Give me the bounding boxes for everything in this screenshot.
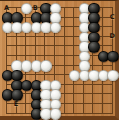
- point-label-E[interactable]: E: [11, 100, 21, 108]
- white-stone: [40, 60, 51, 71]
- point-label-C[interactable]: C: [107, 13, 117, 21]
- black-stone: [88, 41, 99, 52]
- point-label-B[interactable]: B: [30, 4, 40, 12]
- black-stone: [107, 51, 118, 62]
- white-stone: [50, 22, 61, 33]
- white-stone: [107, 70, 118, 81]
- point-label-A[interactable]: A: [2, 4, 12, 12]
- white-stone: [50, 108, 61, 119]
- go-board[interactable]: ABCDE: [0, 0, 119, 120]
- point-label-D[interactable]: D: [107, 32, 117, 40]
- go-board-grid: ABCDE: [6, 7, 113, 114]
